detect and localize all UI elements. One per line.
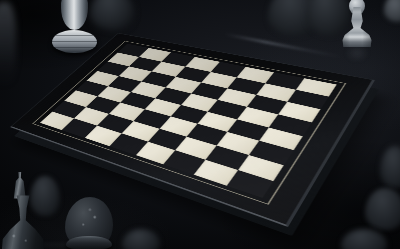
pieces-reflection bbox=[6, 242, 116, 248]
dark-knight-bottom-left[interactable] bbox=[65, 197, 113, 249]
piece-silhouette-left-edge[interactable] bbox=[0, 2, 16, 86]
dark-piece-bottom-center[interactable] bbox=[122, 229, 160, 249]
dark-piece-top-right-a[interactable] bbox=[268, 0, 320, 36]
dark-piece-behind-silver-top-left[interactable] bbox=[90, 0, 134, 30]
dark-piece-right-lower[interactable] bbox=[341, 229, 387, 249]
silver-piece-top-left[interactable] bbox=[50, 0, 100, 54]
board-inlay-border bbox=[32, 41, 346, 205]
table-surface bbox=[0, 0, 400, 249]
table-reflection-streak bbox=[225, 33, 341, 58]
piece-edge-top-right[interactable] bbox=[384, 0, 400, 22]
silver-pawn-top-right[interactable] bbox=[339, 0, 375, 47]
dark-piece-right-mid[interactable] bbox=[365, 188, 400, 230]
dark-piece-right-upper[interactable] bbox=[380, 146, 400, 188]
pawn-reflection bbox=[345, 44, 369, 62]
dark-king-bottom-left[interactable] bbox=[0, 172, 46, 249]
dark-piece-behind-king[interactable] bbox=[30, 176, 60, 216]
board-squares bbox=[40, 44, 337, 198]
dark-piece-top-right-b[interactable] bbox=[306, 0, 350, 36]
